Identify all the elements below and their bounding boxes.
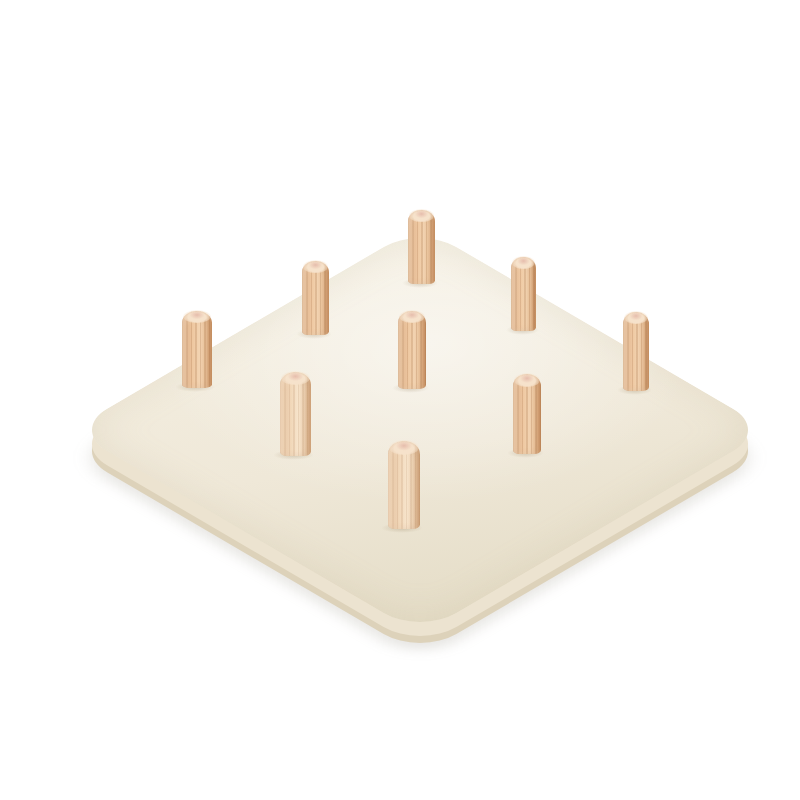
peg-r3c1[interactable] — [182, 311, 212, 388]
peg-r2c1[interactable] — [302, 261, 329, 335]
peg-r3c3[interactable] — [388, 441, 420, 529]
peg-r1c3[interactable] — [623, 312, 649, 391]
peg-r2c3[interactable] — [513, 374, 541, 454]
peg-r1c2[interactable] — [511, 257, 536, 331]
peg-r1c1[interactable] — [408, 210, 435, 284]
peg-r2c2[interactable] — [398, 311, 426, 389]
peg-r3c2[interactable] — [280, 372, 311, 456]
peg-layer — [0, 0, 800, 800]
product-photo-background — [0, 0, 800, 800]
